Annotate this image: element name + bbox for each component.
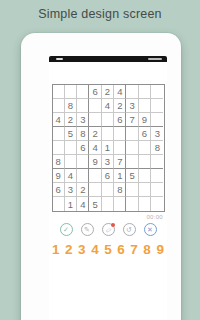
cell-r8c2[interactable]: 3 [65, 183, 77, 197]
cell-r6c9[interactable] [151, 155, 163, 169]
cell-r9c8[interactable] [139, 197, 151, 211]
undo-icon: ↺ [126, 226, 132, 234]
cell-r5c1[interactable] [53, 141, 65, 155]
cell-r4c5[interactable] [102, 127, 114, 141]
numpad-3[interactable]: 3 [78, 243, 86, 257]
cell-r5c7[interactable] [126, 141, 138, 155]
cell-r4c1[interactable] [53, 127, 65, 141]
numpad-1[interactable]: 1 [52, 243, 60, 257]
cell-r6c2[interactable] [65, 155, 77, 169]
cell-r9c5[interactable] [102, 197, 114, 211]
appbar-menu-button[interactable] [145, 69, 158, 73]
cell-r1c5[interactable]: 2 [102, 85, 114, 99]
cell-r2c2[interactable]: 8 [65, 99, 77, 113]
cell-r1c6[interactable]: 4 [114, 85, 126, 99]
cell-r8c5[interactable] [102, 183, 114, 197]
cell-r5c4[interactable]: 4 [89, 141, 101, 155]
cell-r3c5[interactable] [102, 113, 114, 127]
cell-r4c4[interactable]: 2 [89, 127, 101, 141]
numpad-9[interactable]: 9 [156, 243, 164, 257]
cell-r1c4[interactable]: 6 [89, 85, 101, 99]
cell-r6c8[interactable] [139, 155, 151, 169]
cell-r4c3[interactable]: 8 [77, 127, 89, 141]
cell-r9c4[interactable]: 5 [89, 197, 101, 211]
cell-r3c7[interactable]: 7 [126, 113, 138, 127]
cell-r4c2[interactable]: 5 [65, 127, 77, 141]
cell-r9c1[interactable] [53, 197, 65, 211]
back-button[interactable]: ‹ [63, 62, 68, 79]
tablet-screen: ‹ 62484234236795826364188937946156328145… [49, 56, 167, 320]
cell-r6c5[interactable]: 3 [102, 155, 114, 169]
cell-r2c3[interactable] [77, 99, 89, 113]
cell-r4c9[interactable]: 3 [151, 127, 163, 141]
cell-r8c8[interactable] [139, 183, 151, 197]
close-button[interactable]: ✕ [144, 223, 157, 236]
cell-r7c4[interactable] [89, 169, 101, 183]
numpad-8[interactable]: 8 [143, 243, 151, 257]
cell-r7c9[interactable] [151, 169, 163, 183]
cell-r4c7[interactable] [126, 127, 138, 141]
cell-r1c8[interactable] [139, 85, 151, 99]
check-button[interactable]: ✓ [60, 223, 73, 236]
cell-r2c1[interactable] [53, 99, 65, 113]
cell-r6c6[interactable]: 7 [114, 155, 126, 169]
cell-r5c5[interactable]: 1 [102, 141, 114, 155]
eraser-button[interactable]: ▭ [102, 223, 115, 236]
cell-r2c5[interactable]: 4 [102, 99, 114, 113]
cell-r3c9[interactable] [151, 113, 163, 127]
cell-r7c8[interactable] [139, 169, 151, 183]
cell-r8c6[interactable]: 8 [114, 183, 126, 197]
cell-r3c1[interactable]: 4 [53, 113, 65, 127]
cell-r6c7[interactable] [126, 155, 138, 169]
cell-r5c6[interactable] [114, 141, 126, 155]
board-area: 62484234236795826364188937946156328145 [49, 79, 167, 212]
numpad-7[interactable]: 7 [130, 243, 138, 257]
cell-r2c4[interactable] [89, 99, 101, 113]
cell-r9c6[interactable] [114, 197, 126, 211]
cell-r9c9[interactable] [151, 197, 163, 211]
cell-r5c9[interactable]: 8 [151, 141, 163, 155]
pencil-button[interactable]: ✎ [81, 223, 94, 236]
cell-r7c2[interactable]: 4 [65, 169, 77, 183]
pencil-icon: ✎ [84, 226, 90, 234]
numpad-4[interactable]: 4 [91, 243, 99, 257]
cell-r6c4[interactable]: 9 [89, 155, 101, 169]
cell-r1c1[interactable] [53, 85, 65, 99]
cell-r1c3[interactable] [77, 85, 89, 99]
cell-r8c3[interactable]: 2 [77, 183, 89, 197]
cell-r8c4[interactable] [89, 183, 101, 197]
sudoku-board: 62484234236795826364188937946156328145 [52, 84, 165, 212]
cell-r9c7[interactable] [126, 197, 138, 211]
undo-button[interactable]: ↺ [123, 223, 136, 236]
cell-r1c7[interactable] [126, 85, 138, 99]
cell-r4c8[interactable]: 6 [139, 127, 151, 141]
cell-r1c2[interactable] [65, 85, 77, 99]
cell-r7c6[interactable]: 1 [114, 169, 126, 183]
cell-r2c9[interactable] [151, 99, 163, 113]
numpad-6[interactable]: 6 [117, 243, 125, 257]
status-time [56, 58, 63, 60]
cell-r4c6[interactable] [114, 127, 126, 141]
cell-r3c3[interactable]: 3 [77, 113, 89, 127]
check-icon: ✓ [63, 226, 69, 234]
app-bar: ‹ [49, 62, 167, 79]
notification-badge [111, 223, 115, 227]
cell-r9c2[interactable]: 1 [65, 197, 77, 211]
control-row: ✓✎▭↺✕ [49, 223, 167, 236]
chevron-left-icon: ‹ [63, 62, 68, 77]
cell-r6c3[interactable] [77, 155, 89, 169]
cell-r3c6[interactable]: 6 [114, 113, 126, 127]
cell-r7c3[interactable] [77, 169, 89, 183]
page-background: { "header": { "title": "Simple design sc… [0, 0, 200, 320]
cell-r3c2[interactable]: 2 [65, 113, 77, 127]
cell-r8c1[interactable]: 6 [53, 183, 65, 197]
cell-r2c8[interactable] [139, 99, 151, 113]
cell-r3c4[interactable] [89, 113, 101, 127]
numpad-2[interactable]: 2 [65, 243, 73, 257]
cell-r8c9[interactable] [151, 183, 163, 197]
cell-r7c1[interactable]: 9 [53, 169, 65, 183]
cell-r7c7[interactable]: 5 [126, 169, 138, 183]
page-title: Simple design screen [0, 7, 200, 21]
cell-r9c3[interactable]: 4 [77, 197, 89, 211]
cell-r5c2[interactable] [65, 141, 77, 155]
cell-r6c1[interactable]: 8 [53, 155, 65, 169]
cell-r8c7[interactable] [126, 183, 138, 197]
close-icon: ✕ [147, 226, 153, 234]
cell-r5c8[interactable] [139, 141, 151, 155]
number-pad: 123456789 [52, 243, 164, 257]
numpad-5[interactable]: 5 [104, 243, 112, 257]
battery-icon [148, 58, 162, 60]
cell-r2c7[interactable]: 3 [126, 99, 138, 113]
cell-r2c6[interactable]: 2 [114, 99, 126, 113]
cell-r7c5[interactable]: 6 [102, 169, 114, 183]
timer: 00:00 [49, 212, 167, 221]
cell-r5c3[interactable]: 6 [77, 141, 89, 155]
cell-r3c8[interactable]: 9 [139, 113, 151, 127]
cell-r1c9[interactable] [151, 85, 163, 99]
tablet-frame: ‹ 62484234236795826364188937946156328145… [21, 33, 181, 320]
